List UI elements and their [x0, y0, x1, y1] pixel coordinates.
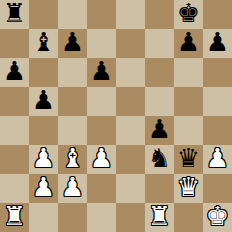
square-f5[interactable]: [145, 87, 174, 116]
square-h2[interactable]: [203, 174, 232, 203]
square-e3[interactable]: [116, 145, 145, 174]
square-b5[interactable]: ♟: [29, 87, 58, 116]
square-g5[interactable]: [174, 87, 203, 116]
square-d2[interactable]: [87, 174, 116, 203]
square-e7[interactable]: [116, 29, 145, 58]
square-h7[interactable]: ♟: [203, 29, 232, 58]
square-b6[interactable]: [29, 58, 58, 87]
square-c7[interactable]: ♟: [58, 29, 87, 58]
square-f8[interactable]: [145, 0, 174, 29]
black-pawn[interactable]: ♟: [61, 29, 84, 57]
square-h4[interactable]: [203, 116, 232, 145]
square-d4[interactable]: [87, 116, 116, 145]
square-a2[interactable]: [0, 174, 29, 203]
white-pawn[interactable]: ♟: [61, 174, 84, 202]
square-f6[interactable]: [145, 58, 174, 87]
square-b4[interactable]: [29, 116, 58, 145]
square-e5[interactable]: [116, 87, 145, 116]
square-g7[interactable]: ♟: [174, 29, 203, 58]
square-a4[interactable]: [0, 116, 29, 145]
black-king[interactable]: ♚: [177, 0, 200, 28]
square-e6[interactable]: [116, 58, 145, 87]
white-pawn[interactable]: ♟: [206, 145, 229, 173]
white-queen[interactable]: ♛: [177, 174, 200, 202]
black-rook[interactable]: ♜: [3, 0, 26, 28]
square-c5[interactable]: [58, 87, 87, 116]
square-e1[interactable]: [116, 203, 145, 232]
square-h5[interactable]: [203, 87, 232, 116]
square-a7[interactable]: [0, 29, 29, 58]
square-f2[interactable]: [145, 174, 174, 203]
white-pawn[interactable]: ♟: [32, 145, 55, 173]
square-a6[interactable]: ♟: [0, 58, 29, 87]
square-f7[interactable]: [145, 29, 174, 58]
square-e2[interactable]: [116, 174, 145, 203]
square-h3[interactable]: ♟: [203, 145, 232, 174]
square-e8[interactable]: [116, 0, 145, 29]
square-a8[interactable]: ♜: [0, 0, 29, 29]
black-pawn[interactable]: ♟: [3, 58, 26, 86]
square-b1[interactable]: [29, 203, 58, 232]
square-c6[interactable]: [58, 58, 87, 87]
chess-board: ♜♚♝♟♟♟♟♟♟♟♟♝♟♞♛♟♟♟♛♜♜♚: [0, 0, 232, 232]
square-g2[interactable]: ♛: [174, 174, 203, 203]
black-bishop[interactable]: ♝: [32, 29, 55, 57]
square-f1[interactable]: ♜: [145, 203, 174, 232]
square-c2[interactable]: ♟: [58, 174, 87, 203]
square-g6[interactable]: [174, 58, 203, 87]
square-g1[interactable]: [174, 203, 203, 232]
black-pawn[interactable]: ♟: [177, 29, 200, 57]
square-a1[interactable]: ♜: [0, 203, 29, 232]
black-pawn[interactable]: ♟: [148, 116, 171, 144]
square-c3[interactable]: ♝: [58, 145, 87, 174]
square-a3[interactable]: [0, 145, 29, 174]
square-h8[interactable]: [203, 0, 232, 29]
square-d3[interactable]: ♟: [87, 145, 116, 174]
square-g3[interactable]: ♛: [174, 145, 203, 174]
square-g8[interactable]: ♚: [174, 0, 203, 29]
white-rook[interactable]: ♜: [3, 203, 26, 231]
square-f4[interactable]: ♟: [145, 116, 174, 145]
square-d1[interactable]: [87, 203, 116, 232]
square-d8[interactable]: [87, 0, 116, 29]
square-d6[interactable]: ♟: [87, 58, 116, 87]
square-b3[interactable]: ♟: [29, 145, 58, 174]
square-c1[interactable]: [58, 203, 87, 232]
square-d5[interactable]: [87, 87, 116, 116]
black-pawn[interactable]: ♟: [206, 29, 229, 57]
square-b2[interactable]: ♟: [29, 174, 58, 203]
black-knight[interactable]: ♞: [148, 145, 171, 173]
square-e4[interactable]: [116, 116, 145, 145]
square-h6[interactable]: [203, 58, 232, 87]
square-d7[interactable]: [87, 29, 116, 58]
black-pawn[interactable]: ♟: [90, 58, 113, 86]
square-a5[interactable]: [0, 87, 29, 116]
square-b7[interactable]: ♝: [29, 29, 58, 58]
white-bishop[interactable]: ♝: [61, 145, 84, 173]
white-king[interactable]: ♚: [206, 203, 229, 231]
square-g4[interactable]: [174, 116, 203, 145]
square-c8[interactable]: [58, 0, 87, 29]
white-pawn[interactable]: ♟: [32, 174, 55, 202]
black-queen[interactable]: ♛: [177, 145, 200, 173]
square-b8[interactable]: [29, 0, 58, 29]
square-c4[interactable]: [58, 116, 87, 145]
white-rook[interactable]: ♜: [148, 203, 171, 231]
black-pawn[interactable]: ♟: [32, 87, 55, 115]
white-pawn[interactable]: ♟: [90, 145, 113, 173]
square-h1[interactable]: ♚: [203, 203, 232, 232]
square-f3[interactable]: ♞: [145, 145, 174, 174]
